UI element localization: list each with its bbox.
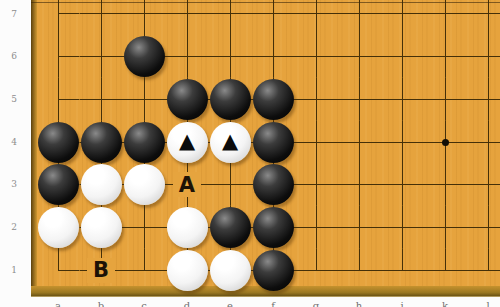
column-coordinate-label: f: [271, 301, 275, 307]
black-stone: [81, 122, 122, 163]
point-label-B: B: [87, 258, 115, 283]
board-point[interactable]: [123, 206, 166, 249]
column-coordinate-label: j: [400, 301, 403, 307]
board-point[interactable]: [338, 206, 381, 249]
white-stone: ▲: [167, 122, 208, 163]
board-point[interactable]: [80, 163, 123, 206]
black-stone: [124, 36, 165, 77]
black-stone: [253, 164, 294, 205]
board-point[interactable]: [424, 35, 467, 78]
white-stone: [167, 207, 208, 248]
board-point[interactable]: [295, 78, 338, 121]
board-point[interactable]: A: [166, 163, 209, 206]
black-stone: [253, 250, 294, 291]
board-point[interactable]: [467, 249, 500, 292]
board-point[interactable]: [424, 121, 467, 164]
column-coordinate-label: h: [356, 301, 362, 307]
board-point[interactable]: [123, 121, 166, 164]
board-point[interactable]: [338, 78, 381, 121]
board-point[interactable]: B: [80, 249, 123, 292]
board-point[interactable]: [295, 249, 338, 292]
black-stone: [253, 79, 294, 120]
board-point[interactable]: [209, 249, 252, 292]
board-point[interactable]: [381, 163, 424, 206]
board-point[interactable]: [467, 206, 500, 249]
board-point[interactable]: [252, 121, 295, 164]
board-point[interactable]: [424, 163, 467, 206]
board-point[interactable]: [381, 0, 424, 35]
board-point[interactable]: [252, 163, 295, 206]
column-coordinate-label: c: [141, 301, 147, 307]
board-point[interactable]: [123, 78, 166, 121]
white-stone: [81, 164, 122, 205]
board-point[interactable]: ▲: [209, 121, 252, 164]
white-stone: [210, 250, 251, 291]
board-point[interactable]: [37, 163, 80, 206]
board-point[interactable]: [295, 35, 338, 78]
board-point[interactable]: [467, 78, 500, 121]
triangle-mark-icon: ▲: [179, 131, 195, 152]
row-coordinate-label: 4: [0, 137, 28, 148]
board-point[interactable]: [381, 249, 424, 292]
board-point[interactable]: [123, 249, 166, 292]
black-stone: [210, 207, 251, 248]
board-point[interactable]: [252, 249, 295, 292]
board-point[interactable]: [381, 206, 424, 249]
board-point[interactable]: [80, 35, 123, 78]
board-point[interactable]: [467, 163, 500, 206]
board-point[interactable]: [338, 35, 381, 78]
row-coordinate-label: 6: [0, 51, 28, 62]
board-point[interactable]: [252, 0, 295, 35]
top-crop-grid-line: [31, 2, 500, 3]
white-stone: ▲: [210, 122, 251, 163]
column-coordinate-label: g: [313, 301, 319, 307]
column-coordinate-label: k: [442, 301, 448, 307]
board-point[interactable]: [209, 0, 252, 35]
board-point[interactable]: [123, 35, 166, 78]
board-point[interactable]: [295, 0, 338, 35]
board-point[interactable]: [209, 163, 252, 206]
triangle-mark-icon: ▲: [222, 131, 238, 152]
black-stone: [210, 79, 251, 120]
black-stone: [124, 122, 165, 163]
board-point[interactable]: [209, 35, 252, 78]
board-point[interactable]: [338, 0, 381, 35]
column-coordinate-label: l: [486, 301, 489, 307]
board-point[interactable]: [252, 78, 295, 121]
board-point[interactable]: [166, 35, 209, 78]
board-point[interactable]: [338, 163, 381, 206]
black-stone: [253, 122, 294, 163]
board-point[interactable]: [166, 78, 209, 121]
board-point[interactable]: [338, 249, 381, 292]
board-point[interactable]: [37, 121, 80, 164]
go-diagram: ▲▲AB 7654321 abcdefghjkl: [0, 0, 500, 307]
white-stone: [124, 164, 165, 205]
board-point[interactable]: [467, 121, 500, 164]
board-point[interactable]: [424, 0, 467, 35]
board-point[interactable]: [37, 35, 80, 78]
board-point[interactable]: [295, 163, 338, 206]
board-point[interactable]: [37, 78, 80, 121]
board-point[interactable]: [467, 35, 500, 78]
board-point[interactable]: [381, 78, 424, 121]
board-point[interactable]: [424, 78, 467, 121]
white-stone: [38, 207, 79, 248]
board-point[interactable]: [37, 0, 80, 35]
board-point[interactable]: [80, 206, 123, 249]
row-coordinate-label: 7: [0, 9, 28, 20]
star-point: [442, 139, 449, 146]
board-point[interactable]: [80, 0, 123, 35]
board-point[interactable]: [37, 206, 80, 249]
board-point[interactable]: [166, 249, 209, 292]
board-point[interactable]: [467, 0, 500, 35]
board-point[interactable]: [123, 163, 166, 206]
white-stone: [167, 250, 208, 291]
board-point[interactable]: [381, 121, 424, 164]
board-point[interactable]: [80, 78, 123, 121]
column-coordinate-label: d: [184, 301, 190, 307]
board-point[interactable]: [37, 249, 80, 292]
board-point[interactable]: [381, 35, 424, 78]
board-point[interactable]: [252, 206, 295, 249]
black-stone: [38, 164, 79, 205]
white-stone: [81, 207, 122, 248]
board-point[interactable]: [80, 121, 123, 164]
row-coordinate-label: 3: [0, 179, 28, 190]
go-board[interactable]: ▲▲AB: [31, 0, 500, 297]
column-coordinate-label: b: [98, 301, 104, 307]
board-point[interactable]: [166, 0, 209, 35]
board-point[interactable]: [295, 206, 338, 249]
point-label-A: A: [173, 172, 201, 197]
board-point[interactable]: [424, 206, 467, 249]
board-point[interactable]: [166, 206, 209, 249]
black-stone: [253, 207, 294, 248]
board-point[interactable]: [209, 78, 252, 121]
board-point[interactable]: [424, 249, 467, 292]
board-point[interactable]: [123, 0, 166, 35]
column-coordinate-label: e: [227, 301, 233, 307]
row-coordinate-label: 2: [0, 222, 28, 233]
board-point[interactable]: [209, 206, 252, 249]
black-stone: [38, 122, 79, 163]
board-point[interactable]: [252, 35, 295, 78]
board-point[interactable]: [338, 121, 381, 164]
go-board-grid[interactable]: ▲▲AB: [37, 0, 500, 291]
row-coordinate-label: 5: [0, 94, 28, 105]
black-stone: [167, 79, 208, 120]
column-coordinate-label: a: [55, 301, 61, 307]
board-point[interactable]: ▲: [166, 121, 209, 164]
board-point[interactable]: [295, 121, 338, 164]
row-coordinate-label: 1: [0, 265, 28, 276]
